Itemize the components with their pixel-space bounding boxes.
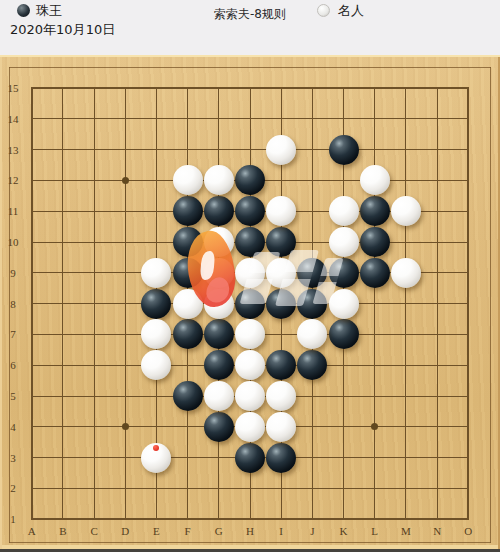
- column-label: J: [302, 525, 322, 537]
- stone-white-E9: [141, 258, 171, 288]
- stone-black-G4: [204, 412, 234, 442]
- column-label: N: [427, 525, 447, 537]
- column-label: A: [22, 525, 42, 537]
- column-label: F: [178, 525, 198, 537]
- stone-white-L12: [360, 165, 390, 195]
- row-label: 10: [2, 236, 24, 248]
- stone-black-J8: [297, 289, 327, 319]
- app-window: 珠王 索索夫-8规则 名人 2020年10月10日 12345678910111…: [0, 0, 500, 552]
- stone-black-F9: [173, 258, 203, 288]
- stone-black-G7: [204, 319, 234, 349]
- white-player-name: 名人: [338, 3, 364, 18]
- star-point: [371, 423, 378, 430]
- stone-white-I5: [266, 381, 296, 411]
- column-label: I: [271, 525, 291, 537]
- row-label: 11: [2, 205, 24, 217]
- stone-white-K10: [329, 227, 359, 257]
- row-label: 14: [2, 113, 24, 125]
- stone-black-H3: [235, 443, 265, 473]
- stone-black-H10: [235, 227, 265, 257]
- stone-white-G10: [204, 227, 234, 257]
- column-label: G: [209, 525, 229, 537]
- column-label: B: [53, 525, 73, 537]
- stone-black-F10: [173, 227, 203, 257]
- row-label: 1: [2, 513, 24, 525]
- row-label: 2: [2, 482, 24, 494]
- stone-black-G6: [204, 350, 234, 380]
- row-label: 7: [2, 328, 24, 340]
- stone-white-E6: [141, 350, 171, 380]
- stone-white-G9: [204, 258, 234, 288]
- stone-black-H8: [235, 289, 265, 319]
- frame-groove-top: [9, 67, 491, 68]
- stone-white-H5: [235, 381, 265, 411]
- stone-white-K11: [329, 196, 359, 226]
- row-label: 4: [2, 421, 24, 433]
- star-point: [122, 177, 129, 184]
- stone-white-G8: [204, 289, 234, 319]
- column-label: K: [334, 525, 354, 537]
- row-label: 15: [2, 82, 24, 94]
- grid-line-vertical: [374, 87, 375, 520]
- stone-black-L10: [360, 227, 390, 257]
- stone-black-E8: [141, 289, 171, 319]
- column-label: E: [146, 525, 166, 537]
- grid-line-horizontal: [31, 488, 470, 489]
- stone-white-I11: [266, 196, 296, 226]
- stone-white-I13: [266, 135, 296, 165]
- frame-groove-right: [490, 67, 491, 543]
- rule-label: 索索夫-8规则: [0, 6, 500, 23]
- stone-white-M9: [391, 258, 421, 288]
- goban-board[interactable]: 123456789101112131415ABCDEFGHIJKLMNO: [0, 55, 500, 549]
- grid-line-vertical: [467, 87, 469, 520]
- stone-black-J6: [297, 350, 327, 380]
- stone-black-J9: [297, 258, 327, 288]
- stone-black-F5: [173, 381, 203, 411]
- stone-black-I8: [266, 289, 296, 319]
- stone-black-K9: [329, 258, 359, 288]
- row-label: 9: [2, 267, 24, 279]
- stone-white-H6: [235, 350, 265, 380]
- column-label: O: [458, 525, 478, 537]
- star-point: [122, 423, 129, 430]
- grid-line-horizontal: [31, 518, 470, 520]
- stone-white-M11: [391, 196, 421, 226]
- stone-white-H9: [235, 258, 265, 288]
- stone-black-K7: [329, 319, 359, 349]
- column-label: D: [115, 525, 135, 537]
- stone-white-F8: [173, 289, 203, 319]
- column-label: H: [240, 525, 260, 537]
- stone-white-I9: [266, 258, 296, 288]
- stone-black-L9: [360, 258, 390, 288]
- stone-white-H4: [235, 412, 265, 442]
- stone-white-K8: [329, 289, 359, 319]
- stone-white-G12: [204, 165, 234, 195]
- frame-groove-bottom: [9, 542, 491, 543]
- row-label: 6: [2, 359, 24, 371]
- stone-white-I4: [266, 412, 296, 442]
- column-label: C: [84, 525, 104, 537]
- stone-black-L11: [360, 196, 390, 226]
- white-stone-icon: [317, 4, 330, 17]
- column-label: L: [365, 525, 385, 537]
- stone-black-F11: [173, 196, 203, 226]
- stone-black-H11: [235, 196, 265, 226]
- row-label: 13: [2, 144, 24, 156]
- stone-black-I6: [266, 350, 296, 380]
- stone-black-H12: [235, 165, 265, 195]
- row-label: 5: [2, 390, 24, 402]
- stone-black-I10: [266, 227, 296, 257]
- stone-white-E7: [141, 319, 171, 349]
- row-label: 3: [2, 452, 24, 464]
- column-label: M: [396, 525, 416, 537]
- game-info-header: 珠王 索索夫-8规则 名人 2020年10月10日: [0, 0, 500, 55]
- stone-black-G11: [204, 196, 234, 226]
- grid-line-vertical: [437, 87, 438, 520]
- game-date: 2020年10月10日: [10, 22, 115, 37]
- stone-white-G5: [204, 381, 234, 411]
- stone-black-K13: [329, 135, 359, 165]
- row-label: 12: [2, 174, 24, 186]
- grid-line-vertical: [405, 87, 406, 520]
- stone-black-I3: [266, 443, 296, 473]
- row-label: 8: [2, 298, 24, 310]
- stone-white-J7: [297, 319, 327, 349]
- stone-white-H7: [235, 319, 265, 349]
- stone-black-F7: [173, 319, 203, 349]
- stone-white-F12: [173, 165, 203, 195]
